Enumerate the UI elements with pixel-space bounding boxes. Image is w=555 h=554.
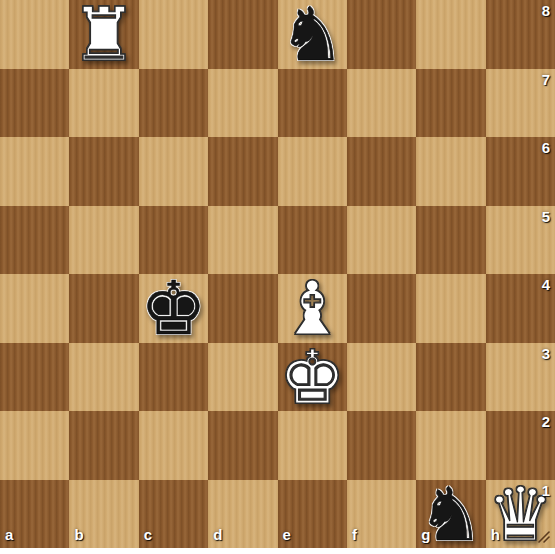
piece-white-bishop[interactable]: ♝: [278, 274, 347, 343]
square-g6[interactable]: [416, 137, 485, 206]
resize-diagonal-icon: [536, 529, 552, 545]
square-f4[interactable]: [347, 274, 416, 343]
square-d3[interactable]: [208, 343, 277, 412]
square-c1[interactable]: [139, 480, 208, 549]
square-c5[interactable]: [139, 206, 208, 275]
square-b3[interactable]: [69, 343, 138, 412]
piece-black-knight[interactable]: ♞: [278, 0, 347, 69]
square-b5[interactable]: [69, 206, 138, 275]
square-g2[interactable]: [416, 411, 485, 480]
square-c6[interactable]: [139, 137, 208, 206]
square-f5[interactable]: [347, 206, 416, 275]
square-d6[interactable]: [208, 137, 277, 206]
piece-white-king[interactable]: ♚: [278, 343, 347, 412]
square-a6[interactable]: [0, 137, 69, 206]
square-a5[interactable]: [0, 206, 69, 275]
square-b7[interactable]: [69, 69, 138, 138]
square-e6[interactable]: [278, 137, 347, 206]
square-d8[interactable]: [208, 0, 277, 69]
piece-white-rook[interactable]: ♜: [69, 0, 138, 69]
square-f3[interactable]: [347, 343, 416, 412]
square-e7[interactable]: [278, 69, 347, 138]
square-c3[interactable]: [139, 343, 208, 412]
square-b1[interactable]: [69, 480, 138, 549]
square-g8[interactable]: [416, 0, 485, 69]
square-e2[interactable]: [278, 411, 347, 480]
square-g3[interactable]: [416, 343, 485, 412]
square-a2[interactable]: [0, 411, 69, 480]
chess-board: abcdefgh12345678♜♞♚♝♚♞♛: [0, 0, 555, 548]
square-g4[interactable]: [416, 274, 485, 343]
square-h4[interactable]: [486, 274, 555, 343]
square-a1[interactable]: [0, 480, 69, 549]
square-c2[interactable]: [139, 411, 208, 480]
square-b4[interactable]: [69, 274, 138, 343]
square-a3[interactable]: [0, 343, 69, 412]
square-e5[interactable]: [278, 206, 347, 275]
square-d7[interactable]: [208, 69, 277, 138]
square-h7[interactable]: [486, 69, 555, 138]
square-g5[interactable]: [416, 206, 485, 275]
square-c7[interactable]: [139, 69, 208, 138]
square-d5[interactable]: [208, 206, 277, 275]
board-resize-handle[interactable]: [536, 529, 552, 545]
square-g7[interactable]: [416, 69, 485, 138]
square-a8[interactable]: [0, 0, 69, 69]
chess-board-page: abcdefgh12345678♜♞♚♝♚♞♛: [0, 0, 555, 554]
square-a7[interactable]: [0, 69, 69, 138]
piece-black-king[interactable]: ♚: [139, 274, 208, 343]
square-d1[interactable]: [208, 480, 277, 549]
square-c8[interactable]: [139, 0, 208, 69]
piece-black-knight[interactable]: ♞: [416, 480, 485, 549]
square-f7[interactable]: [347, 69, 416, 138]
square-b6[interactable]: [69, 137, 138, 206]
square-d4[interactable]: [208, 274, 277, 343]
square-d2[interactable]: [208, 411, 277, 480]
square-h5[interactable]: [486, 206, 555, 275]
square-h2[interactable]: [486, 411, 555, 480]
square-h8[interactable]: [486, 0, 555, 69]
square-f8[interactable]: [347, 0, 416, 69]
square-f6[interactable]: [347, 137, 416, 206]
square-a4[interactable]: [0, 274, 69, 343]
square-h3[interactable]: [486, 343, 555, 412]
square-h6[interactable]: [486, 137, 555, 206]
square-f1[interactable]: [347, 480, 416, 549]
square-f2[interactable]: [347, 411, 416, 480]
square-b2[interactable]: [69, 411, 138, 480]
square-e1[interactable]: [278, 480, 347, 549]
